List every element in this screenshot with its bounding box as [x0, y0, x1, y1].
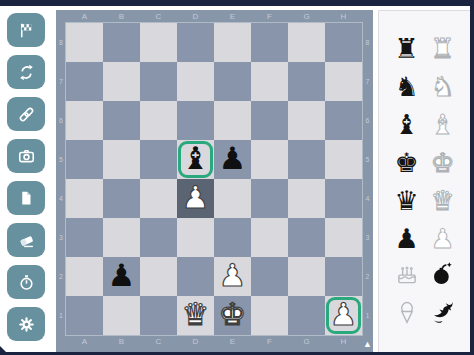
board-corner — [56, 10, 66, 23]
palette-white-rook-glyph: ♜ — [430, 35, 454, 62]
square-b2[interactable]: ♟ — [103, 257, 140, 296]
palette-black-rook[interactable]: ♜ — [390, 31, 424, 65]
file-label-bottom-h: H — [325, 335, 362, 352]
palette-cake[interactable] — [390, 259, 424, 293]
square-a2[interactable] — [66, 257, 103, 296]
file-label-top-a: A — [66, 10, 103, 23]
square-a7[interactable] — [66, 62, 103, 101]
square-e1[interactable]: ♚ — [214, 296, 251, 335]
square-b7[interactable] — [103, 62, 140, 101]
right-navy-edge — [470, 0, 474, 355]
palette-black-knight[interactable]: ♞ — [390, 69, 424, 103]
rank-label-right-4: 4 — [362, 179, 373, 218]
rank-label-right-7: 7 — [362, 62, 373, 101]
square-h7[interactable] — [325, 62, 362, 101]
square-a5[interactable] — [66, 140, 103, 179]
square-d3[interactable] — [177, 218, 214, 257]
square-e3[interactable] — [214, 218, 251, 257]
rank-label-left-7: 7 — [56, 62, 66, 101]
piece-white-pawn-e2[interactable]: ♟ — [219, 260, 247, 291]
new-document-button[interactable] — [7, 181, 45, 215]
square-b3[interactable] — [103, 218, 140, 257]
flip-refresh-button[interactable] — [7, 55, 45, 89]
eraser-icon — [17, 231, 36, 250]
palette-white-pawn[interactable]: ♟ — [426, 221, 460, 255]
square-e2[interactable]: ♟ — [214, 257, 251, 296]
square-b5[interactable] — [103, 140, 140, 179]
rank-label-left-6: 6 — [56, 101, 66, 140]
square-e5[interactable]: ♟ — [214, 140, 251, 179]
ice-cream-icon — [394, 299, 420, 329]
square-d4[interactable]: ♟ — [177, 179, 214, 218]
piece-white-pawn-d4[interactable]: ♟ — [182, 182, 210, 213]
square-f5[interactable] — [251, 140, 288, 179]
link-icon — [17, 105, 36, 124]
square-g5[interactable] — [288, 140, 325, 179]
square-f2[interactable] — [251, 257, 288, 296]
refresh-arrows-icon — [17, 63, 36, 82]
corner-wedge — [0, 346, 9, 355]
square-a1[interactable] — [66, 296, 103, 335]
square-d6[interactable] — [177, 101, 214, 140]
square-d2[interactable] — [177, 257, 214, 296]
file-label-bottom-d: D — [177, 335, 214, 352]
document-icon — [17, 189, 35, 207]
palette-black-rook-glyph: ♜ — [394, 35, 418, 62]
square-d5[interactable]: ♝ — [177, 140, 214, 179]
palette-black-bishop[interactable]: ♝ — [390, 107, 424, 141]
square-g7[interactable] — [288, 62, 325, 101]
square-g4[interactable] — [288, 179, 325, 218]
square-g3[interactable] — [288, 218, 325, 257]
square-c6[interactable] — [140, 101, 177, 140]
square-f6[interactable] — [251, 101, 288, 140]
palette-white-rook[interactable]: ♜ — [426, 31, 460, 65]
gear-icon — [17, 315, 36, 334]
file-label-bottom-f: F — [251, 335, 288, 352]
file-label-bottom-a: A — [66, 335, 103, 352]
square-d1[interactable]: ♛ — [177, 296, 214, 335]
palette-bomb[interactable] — [426, 259, 460, 293]
settings-button[interactable] — [7, 307, 45, 341]
palette-black-queen-glyph: ♛ — [394, 187, 418, 214]
bomb-icon — [430, 261, 456, 291]
square-a6[interactable] — [66, 101, 103, 140]
square-h5[interactable] — [325, 140, 362, 179]
square-e8[interactable] — [214, 23, 251, 62]
square-c8[interactable] — [140, 23, 177, 62]
square-c2[interactable] — [140, 257, 177, 296]
palette-white-knight[interactable]: ♞ — [426, 69, 460, 103]
square-h3[interactable] — [325, 218, 362, 257]
file-label-bottom-g: G — [288, 335, 325, 352]
square-a3[interactable] — [66, 218, 103, 257]
palette-white-pawn-glyph: ♟ — [430, 225, 454, 252]
square-b4[interactable] — [103, 179, 140, 218]
square-f1[interactable] — [251, 296, 288, 335]
square-b8[interactable] — [103, 23, 140, 62]
palette-dragon[interactable] — [426, 297, 460, 331]
share-link-button[interactable] — [7, 97, 45, 131]
piece-black-pawn-e5[interactable]: ♟ — [219, 143, 247, 174]
timer-button[interactable] — [7, 265, 45, 299]
square-g6[interactable] — [288, 101, 325, 140]
rank-label-right-1: 1 — [362, 296, 373, 335]
palette-ice-cream[interactable] — [390, 297, 424, 331]
square-e4[interactable] — [214, 179, 251, 218]
erase-board-button[interactable] — [7, 223, 45, 257]
checkered-flag-icon — [17, 21, 36, 40]
square-a4[interactable] — [66, 179, 103, 218]
file-label-top-g: G — [288, 10, 325, 23]
stopwatch-icon — [17, 273, 36, 292]
palette-white-bishop[interactable]: ♝ — [426, 107, 460, 141]
finish-flag-button[interactable] — [7, 13, 45, 47]
square-f3[interactable] — [251, 218, 288, 257]
birthday-cake-icon — [394, 261, 420, 291]
file-label-top-h: H — [325, 10, 362, 23]
chess-board: ABCDEFGH8877665♝♟54♟4332♟♟21♛♚♟1ABCDEFGH… — [56, 10, 373, 352]
palette-black-pawn[interactable]: ♟ — [390, 221, 424, 255]
palette-black-bishop-glyph: ♝ — [394, 111, 418, 138]
rank-label-right-6: 6 — [362, 101, 373, 140]
square-g1[interactable] — [288, 296, 325, 335]
square-g2[interactable] — [288, 257, 325, 296]
square-d7[interactable] — [177, 62, 214, 101]
palette-white-queen-glyph: ♛ — [430, 187, 454, 214]
square-c1[interactable] — [140, 296, 177, 335]
rank-label-left-4: 4 — [56, 179, 66, 218]
board-resize-triangle-icon[interactable]: ▲ — [362, 335, 373, 352]
rank-label-right-2: 2 — [362, 257, 373, 296]
square-h8[interactable] — [325, 23, 362, 62]
palette-black-king[interactable]: ♚ — [390, 145, 424, 179]
square-g8[interactable] — [288, 23, 325, 62]
rank-label-left-3: 3 — [56, 218, 66, 257]
board-area: ABCDEFGH8877665♝♟54♟4332♟♟21♛♚♟1ABCDEFGH… — [56, 10, 373, 352]
board-corner — [56, 335, 66, 352]
palette-black-king-glyph: ♚ — [394, 149, 418, 176]
file-label-top-b: B — [103, 10, 140, 23]
piece-black-bishop-d5[interactable]: ♝ — [182, 143, 210, 174]
snapshot-button[interactable] — [7, 139, 45, 173]
rank-label-left-8: 8 — [56, 23, 66, 62]
palette-white-king[interactable]: ♚ — [426, 145, 460, 179]
palette-black-pawn-glyph: ♟ — [394, 225, 418, 252]
square-c5[interactable] — [140, 140, 177, 179]
piece-white-king-e1[interactable]: ♚ — [219, 299, 247, 330]
square-c7[interactable] — [140, 62, 177, 101]
palette-white-bishop-glyph: ♝ — [430, 111, 454, 138]
dragon-icon — [430, 299, 456, 329]
file-label-top-e: E — [214, 10, 251, 23]
square-h1[interactable]: ♟ — [325, 296, 362, 335]
square-d8[interactable] — [177, 23, 214, 62]
piece-white-pawn-h1[interactable]: ♟ — [330, 299, 358, 330]
rank-label-right-8: 8 — [362, 23, 373, 62]
file-label-bottom-c: C — [140, 335, 177, 352]
rank-label-right-3: 3 — [362, 218, 373, 257]
square-e7[interactable] — [214, 62, 251, 101]
rank-label-right-5: 5 — [362, 140, 373, 179]
square-h6[interactable] — [325, 101, 362, 140]
square-b6[interactable] — [103, 101, 140, 140]
square-e6[interactable] — [214, 101, 251, 140]
palette-black-knight-glyph: ♞ — [394, 73, 418, 100]
file-label-top-d: D — [177, 10, 214, 23]
rank-label-left-5: 5 — [56, 140, 66, 179]
tool-sidebar — [0, 6, 52, 352]
file-label-bottom-b: B — [103, 335, 140, 352]
square-a8[interactable] — [66, 23, 103, 62]
file-label-top-f: F — [251, 10, 288, 23]
file-label-top-c: C — [140, 10, 177, 23]
square-b1[interactable] — [103, 296, 140, 335]
editor-content: ABCDEFGH8877665♝♟54♟4332♟♟21♛♚♟1ABCDEFGH… — [0, 6, 470, 352]
piece-palette: ♜♜♞♞♝♝♚♚♛♛♟♟ — [379, 11, 470, 331]
rank-label-left-2: 2 — [56, 257, 66, 296]
rank-label-left-1: 1 — [56, 296, 66, 335]
square-f4[interactable] — [251, 179, 288, 218]
palette-black-queen[interactable]: ♛ — [390, 183, 424, 217]
file-label-bottom-e: E — [214, 335, 251, 352]
camera-icon — [17, 147, 36, 166]
palette-white-king-glyph: ♚ — [430, 149, 454, 176]
palette-white-knight-glyph: ♞ — [430, 73, 454, 100]
square-c3[interactable] — [140, 218, 177, 257]
square-c4[interactable] — [140, 179, 177, 218]
square-h4[interactable] — [325, 179, 362, 218]
board-corner — [362, 10, 373, 23]
piece-white-queen-d1[interactable]: ♛ — [182, 299, 210, 330]
piece-black-pawn-b2[interactable]: ♟ — [108, 260, 136, 291]
square-h2[interactable] — [325, 257, 362, 296]
square-f7[interactable] — [251, 62, 288, 101]
square-f8[interactable] — [251, 23, 288, 62]
palette-white-queen[interactable]: ♛ — [426, 183, 460, 217]
piece-palette-panel: ♜♜♞♞♝♝♚♚♛♛♟♟ — [378, 10, 470, 352]
